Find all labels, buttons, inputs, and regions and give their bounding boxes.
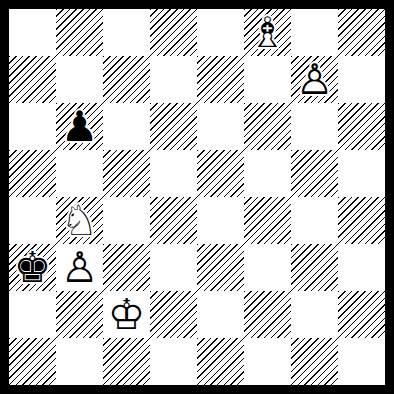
square-h7[interactable] [338,56,385,103]
square-h3[interactable] [338,244,385,291]
square-a2[interactable] [9,291,56,338]
square-e2[interactable] [197,291,244,338]
piece-white-pawn[interactable]: ♟♙ [291,56,338,103]
square-g4[interactable] [291,197,338,244]
piece-glyph: ♚ [9,244,56,291]
square-h1[interactable] [338,338,385,385]
square-e5[interactable] [197,150,244,197]
piece-white-knight[interactable]: ♞♘ [56,197,103,244]
piece-white-bishop[interactable]: ♝♗ [244,9,291,56]
piece-black-pawn[interactable]: ♟ [56,103,103,150]
piece-glyph: ♗ [244,9,291,56]
square-g6[interactable] [291,103,338,150]
square-d2[interactable] [150,291,197,338]
square-b4[interactable]: ♞♘ [56,197,103,244]
square-g1[interactable] [291,338,338,385]
square-b2[interactable] [56,291,103,338]
piece-glyph: ♟ [56,103,103,150]
square-f2[interactable] [244,291,291,338]
square-f5[interactable] [244,150,291,197]
piece-glyph: ♔ [103,291,150,338]
square-g2[interactable] [291,291,338,338]
square-c8[interactable] [103,9,150,56]
piece-glyph: ♙ [291,56,338,103]
square-h6[interactable] [338,103,385,150]
square-f3[interactable] [244,244,291,291]
piece-glyph: ♙ [56,244,103,291]
square-a6[interactable] [9,103,56,150]
square-g8[interactable] [291,9,338,56]
square-e6[interactable] [197,103,244,150]
square-b7[interactable] [56,56,103,103]
square-a7[interactable] [9,56,56,103]
square-b5[interactable] [56,150,103,197]
square-d6[interactable] [150,103,197,150]
square-b8[interactable] [56,9,103,56]
square-c1[interactable] [103,338,150,385]
square-g7[interactable]: ♟♙ [291,56,338,103]
square-c4[interactable] [103,197,150,244]
square-h8[interactable] [338,9,385,56]
piece-white-king[interactable]: ♚♔ [103,291,150,338]
square-e3[interactable] [197,244,244,291]
square-a3[interactable]: ♚ [9,244,56,291]
square-h2[interactable] [338,291,385,338]
square-a4[interactable] [9,197,56,244]
square-h5[interactable] [338,150,385,197]
square-b6[interactable]: ♟ [56,103,103,150]
square-e4[interactable] [197,197,244,244]
square-f1[interactable] [244,338,291,385]
piece-white-pawn[interactable]: ♟♙ [56,244,103,291]
chess-board: ♝♗♟♙♟♞♘♚♟♙♚♔ [9,9,385,385]
square-c6[interactable] [103,103,150,150]
square-d1[interactable] [150,338,197,385]
square-f8[interactable]: ♝♗ [244,9,291,56]
square-e1[interactable] [197,338,244,385]
square-e7[interactable] [197,56,244,103]
square-c3[interactable] [103,244,150,291]
piece-glyph: ♘ [56,197,103,244]
square-a1[interactable] [9,338,56,385]
square-b3[interactable]: ♟♙ [56,244,103,291]
square-d4[interactable] [150,197,197,244]
square-d5[interactable] [150,150,197,197]
square-f4[interactable] [244,197,291,244]
square-f6[interactable] [244,103,291,150]
square-d3[interactable] [150,244,197,291]
square-c5[interactable] [103,150,150,197]
square-g5[interactable] [291,150,338,197]
square-g3[interactable] [291,244,338,291]
piece-black-king[interactable]: ♚ [9,244,56,291]
square-b1[interactable] [56,338,103,385]
square-f7[interactable] [244,56,291,103]
square-c7[interactable] [103,56,150,103]
square-a8[interactable] [9,9,56,56]
square-c2[interactable]: ♚♔ [103,291,150,338]
square-a5[interactable] [9,150,56,197]
square-d7[interactable] [150,56,197,103]
square-h4[interactable] [338,197,385,244]
square-e8[interactable] [197,9,244,56]
square-d8[interactable] [150,9,197,56]
chess-board-frame: ♝♗♟♙♟♞♘♚♟♙♚♔ [0,0,394,394]
